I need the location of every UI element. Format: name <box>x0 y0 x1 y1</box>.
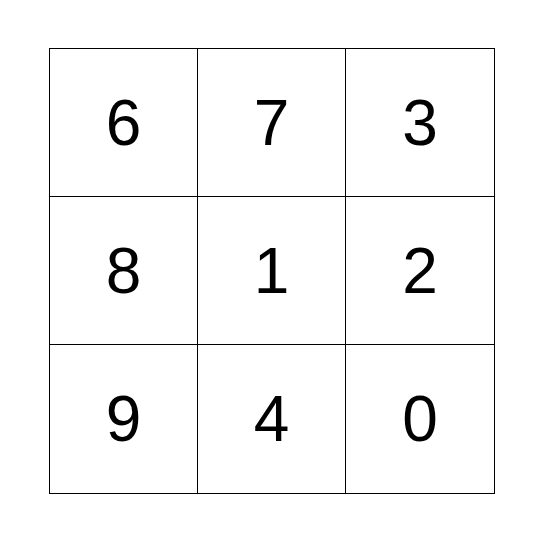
grid-cell-r0c1[interactable]: 7 <box>198 49 346 197</box>
grid-cell-r2c0[interactable]: 9 <box>50 345 198 493</box>
grid-3x3: 6 7 3 8 1 2 9 4 0 <box>49 48 495 494</box>
grid-cell-r2c1[interactable]: 4 <box>198 345 346 493</box>
grid-cell-r0c0[interactable]: 6 <box>50 49 198 197</box>
grid-cell-r1c1[interactable]: 1 <box>198 197 346 345</box>
grid-cell-r1c0[interactable]: 8 <box>50 197 198 345</box>
number-grid-board: 6 7 3 8 1 2 9 4 0 <box>49 48 495 494</box>
grid-cell-r2c2[interactable]: 0 <box>346 345 494 493</box>
grid-cell-r1c2[interactable]: 2 <box>346 197 494 345</box>
grid-cell-r0c2[interactable]: 3 <box>346 49 494 197</box>
